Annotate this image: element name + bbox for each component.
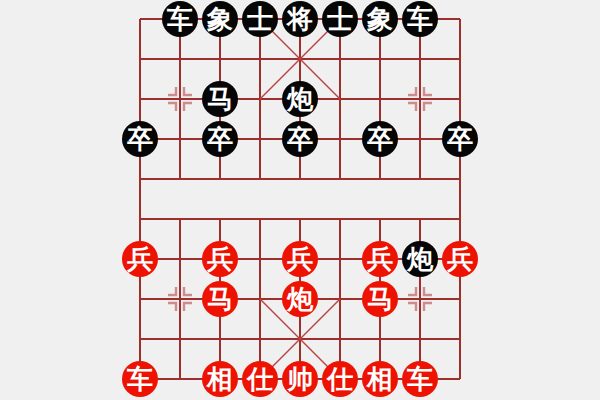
piece-red-elephant[interactable]: 相 [202,361,238,397]
piece-black-elephant[interactable]: 象 [202,1,238,37]
piece-black-cannon[interactable]: 炮 [282,81,318,117]
piece-black-chariot[interactable]: 车 [402,1,438,37]
piece-red-horse[interactable]: 马 [362,281,398,317]
piece-black-soldier[interactable]: 卒 [362,121,398,157]
piece-red-advisor[interactable]: 仕 [242,361,278,397]
piece-red-cannon[interactable]: 炮 [282,281,318,317]
xiangqi-board[interactable]: 车象士将士象车马炮卒卒卒卒卒炮兵兵兵兵兵马炮马车相仕帅仕相车 [0,0,600,400]
piece-black-chariot[interactable]: 车 [162,1,198,37]
piece-red-soldier[interactable]: 兵 [442,241,478,277]
piece-black-advisor[interactable]: 士 [242,1,278,37]
piece-black-general[interactable]: 将 [282,1,318,37]
piece-red-horse[interactable]: 马 [202,281,238,317]
piece-red-advisor[interactable]: 仕 [322,361,358,397]
piece-red-elephant[interactable]: 相 [362,361,398,397]
piece-red-chariot[interactable]: 车 [122,361,158,397]
grid-lines [140,19,460,379]
piece-red-soldier[interactable]: 兵 [282,241,318,277]
piece-black-soldier[interactable]: 卒 [122,121,158,157]
piece-red-soldier[interactable]: 兵 [202,241,238,277]
piece-black-soldier[interactable]: 卒 [442,121,478,157]
board-grid [0,0,600,400]
piece-black-horse[interactable]: 马 [202,81,238,117]
piece-black-elephant[interactable]: 象 [362,1,398,37]
piece-black-cannon[interactable]: 炮 [402,241,438,277]
piece-red-general[interactable]: 帅 [282,361,318,397]
piece-red-soldier[interactable]: 兵 [122,241,158,277]
piece-red-soldier[interactable]: 兵 [362,241,398,277]
piece-black-soldier[interactable]: 卒 [282,121,318,157]
piece-red-chariot[interactable]: 车 [402,361,438,397]
piece-black-advisor[interactable]: 士 [322,1,358,37]
piece-black-soldier[interactable]: 卒 [202,121,238,157]
